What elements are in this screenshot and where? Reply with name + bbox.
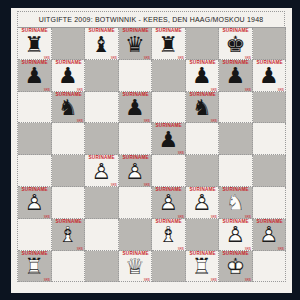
square-f2 <box>186 219 220 251</box>
black-pawn-glyph: ♟ <box>259 65 279 87</box>
white-pawn-glyph: ♟♙ <box>190 192 214 215</box>
square-g7: SURINAME♟SR$ <box>219 60 253 92</box>
white-piece-outline: ♙ <box>156 192 180 215</box>
square-d8: SURINAME♛SR$ <box>119 28 153 60</box>
white-knight-piece: ♞♘ <box>219 192 252 215</box>
white-rook-glyph: ♜♖ <box>190 256 214 279</box>
black-rook-piece: ♜ <box>152 33 185 56</box>
sheet-header: UITGIFTE 2009: BOTWINNIK - KERES, DEN HA… <box>17 11 285 28</box>
black-pawn-glyph: ♟ <box>24 65 44 87</box>
white-pawn-piece: ♟♙ <box>219 224 252 247</box>
white-rook-glyph: ♜♖ <box>22 256 46 279</box>
square-d6: SURINAME♟SR$ <box>119 92 153 124</box>
white-queen-piece: ♛♕ <box>119 256 152 279</box>
stamp-denomination: SR$ <box>278 88 284 91</box>
white-piece-outline: ♗ <box>56 224 80 247</box>
square-d5 <box>119 123 153 155</box>
square-c7 <box>85 60 119 92</box>
square-c2 <box>85 219 119 251</box>
square-g3: SURINAME♞♘SR$ <box>219 187 253 219</box>
black-rook-glyph: ♜ <box>158 34 178 56</box>
square-a1: SURINAME♜♖SR$ <box>18 251 52 283</box>
square-f3: SURINAME♟♙SR$ <box>186 187 220 219</box>
square-e4 <box>152 155 186 187</box>
chess-board: SURINAME♜SR$SURINAME♝SR$SURINAME♛SR$SURI… <box>17 27 286 282</box>
square-e2: SURINAME♝♗SR$ <box>152 219 186 251</box>
square-c5 <box>85 123 119 155</box>
white-pawn-piece: ♟♙ <box>85 160 118 183</box>
white-piece-outline: ♙ <box>22 192 46 215</box>
square-g8: SURINAME♚SR$ <box>219 28 253 60</box>
stamp-denomination: SR$ <box>178 215 184 218</box>
stamp-denomination: SR$ <box>178 56 184 59</box>
square-c4: SURINAME♟♙SR$ <box>85 155 119 187</box>
square-b1 <box>52 251 86 283</box>
white-bishop-piece: ♝♗ <box>152 224 185 247</box>
black-rook-piece: ♜ <box>18 33 51 56</box>
square-f5 <box>186 123 220 155</box>
square-b3 <box>52 187 86 219</box>
square-d4: SURINAME♟♙SR$ <box>119 155 153 187</box>
black-pawn-piece: ♟ <box>52 65 85 88</box>
square-h7: SURINAME♟SR$ <box>253 60 287 92</box>
white-pawn-piece: ♟♙ <box>186 192 219 215</box>
square-a3: SURINAME♟♙SR$ <box>18 187 52 219</box>
square-b7: SURINAME♟SR$ <box>52 60 86 92</box>
stamp-denomination: SR$ <box>111 183 117 186</box>
square-h1 <box>253 251 287 283</box>
square-e3: SURINAME♟♙SR$ <box>152 187 186 219</box>
black-pawn-glyph: ♟ <box>125 97 145 119</box>
stamp-denomination: SR$ <box>245 278 251 281</box>
square-b8 <box>52 28 86 60</box>
white-knight-glyph: ♞♘ <box>223 192 247 215</box>
square-h8 <box>253 28 287 60</box>
white-piece-outline: ♖ <box>22 256 46 279</box>
square-a5 <box>18 123 52 155</box>
stamp-denomination: SR$ <box>144 183 150 186</box>
stamp-denomination: SR$ <box>178 247 184 250</box>
white-queen-glyph: ♛♕ <box>123 256 147 279</box>
square-f8 <box>186 28 220 60</box>
stamp-denomination: SR$ <box>211 88 217 91</box>
white-pawn-glyph: ♟♙ <box>89 160 113 183</box>
square-a8: SURINAME♜SR$ <box>18 28 52 60</box>
stamp-denomination: SR$ <box>111 56 117 59</box>
square-a7: SURINAME♟SR$ <box>18 60 52 92</box>
square-e5: SURINAME♟SR$ <box>152 123 186 155</box>
black-pawn-piece: ♟ <box>253 65 286 88</box>
black-queen-glyph: ♛ <box>125 34 145 56</box>
white-piece-outline: ♙ <box>89 160 113 183</box>
black-knight-piece: ♞ <box>186 97 219 120</box>
square-h6 <box>253 92 287 124</box>
white-pawn-glyph: ♟♙ <box>223 224 247 247</box>
white-piece-outline: ♙ <box>223 224 247 247</box>
black-pawn-piece: ♟ <box>119 97 152 120</box>
square-h5 <box>253 123 287 155</box>
square-h3 <box>253 187 287 219</box>
black-bishop-piece: ♝ <box>85 33 118 56</box>
sheet-title: UITGIFTE 2009: BOTWINNIK - KERES, DEN HA… <box>39 16 264 23</box>
white-piece-outline: ♙ <box>190 192 214 215</box>
black-rook-glyph: ♜ <box>24 34 44 56</box>
square-h4 <box>253 155 287 187</box>
stamp-denomination: SR$ <box>211 215 217 218</box>
square-g1: SURINAME♚♔SR$ <box>219 251 253 283</box>
square-d7 <box>119 60 153 92</box>
stamp-denomination: SR$ <box>211 119 217 122</box>
black-pawn-piece: ♟ <box>219 65 252 88</box>
white-piece-outline: ♘ <box>223 192 247 215</box>
white-piece-outline: ♕ <box>123 256 147 279</box>
black-pawn-glyph: ♟ <box>158 129 178 151</box>
square-f6: SURINAME♞SR$ <box>186 92 220 124</box>
stamp-denomination: SR$ <box>278 247 284 250</box>
stamp-denomination: SR$ <box>144 278 150 281</box>
stamp-denomination: SR$ <box>77 247 83 250</box>
square-c1 <box>85 251 119 283</box>
square-f7: SURINAME♟SR$ <box>186 60 220 92</box>
black-queen-piece: ♛ <box>119 33 152 56</box>
square-h2: SURINAME♟♙SR$ <box>253 219 287 251</box>
stamp-sheet-scene: UITGIFTE 2009: BOTWINNIK - KERES, DEN HA… <box>0 0 300 300</box>
black-king-piece: ♚ <box>219 33 252 56</box>
square-a4 <box>18 155 52 187</box>
black-pawn-piece: ♟ <box>186 65 219 88</box>
white-pawn-glyph: ♟♙ <box>22 192 46 215</box>
square-g5 <box>219 123 253 155</box>
stamp-denomination: SR$ <box>245 247 251 250</box>
black-pawn-piece: ♟ <box>152 128 185 151</box>
square-d1: SURINAME♛♕SR$ <box>119 251 153 283</box>
white-piece-outline: ♖ <box>190 256 214 279</box>
stamp-sheet: UITGIFTE 2009: BOTWINNIK - KERES, DEN HA… <box>11 8 292 293</box>
stamp-denomination: SR$ <box>77 119 83 122</box>
square-e1 <box>152 251 186 283</box>
white-pawn-glyph: ♟♙ <box>123 160 147 183</box>
black-bishop-glyph: ♝ <box>91 34 111 56</box>
square-c6 <box>85 92 119 124</box>
white-bishop-glyph: ♝♗ <box>156 224 180 247</box>
stamp-denomination: SR$ <box>245 88 251 91</box>
square-c3 <box>85 187 119 219</box>
square-d2 <box>119 219 153 251</box>
black-pawn-glyph: ♟ <box>192 65 212 87</box>
black-king-glyph: ♚ <box>225 34 245 56</box>
square-e8: SURINAME♜SR$ <box>152 28 186 60</box>
stamp-denomination: SR$ <box>44 215 50 218</box>
white-piece-outline: ♔ <box>223 256 247 279</box>
square-c8: SURINAME♝SR$ <box>85 28 119 60</box>
white-pawn-piece: ♟♙ <box>253 224 286 247</box>
black-knight-glyph: ♞ <box>192 97 212 119</box>
white-rook-piece: ♜♖ <box>18 256 51 279</box>
square-a2 <box>18 219 52 251</box>
stamp-denomination: SR$ <box>44 278 50 281</box>
stamp-denomination: SR$ <box>77 88 83 91</box>
black-knight-piece: ♞ <box>52 97 85 120</box>
square-g2: SURINAME♟♙SR$ <box>219 219 253 251</box>
white-piece-outline: ♗ <box>156 224 180 247</box>
white-piece-outline: ♙ <box>257 224 281 247</box>
white-pawn-piece: ♟♙ <box>152 192 185 215</box>
black-pawn-glyph: ♟ <box>58 65 78 87</box>
stamp-denomination: SR$ <box>144 56 150 59</box>
white-pawn-glyph: ♟♙ <box>257 224 281 247</box>
square-b5 <box>52 123 86 155</box>
white-bishop-glyph: ♝♗ <box>56 224 80 247</box>
square-e7 <box>152 60 186 92</box>
white-king-glyph: ♚♔ <box>223 256 247 279</box>
square-a6 <box>18 92 52 124</box>
square-b4 <box>52 155 86 187</box>
white-pawn-piece: ♟♙ <box>119 160 152 183</box>
black-knight-glyph: ♞ <box>58 97 78 119</box>
square-g4 <box>219 155 253 187</box>
square-g6 <box>219 92 253 124</box>
square-d3 <box>119 187 153 219</box>
black-pawn-glyph: ♟ <box>225 65 245 87</box>
white-bishop-piece: ♝♗ <box>52 224 85 247</box>
stamp-denomination: SR$ <box>245 56 251 59</box>
white-piece-outline: ♙ <box>123 160 147 183</box>
stamp-denomination: SR$ <box>44 56 50 59</box>
stamp-denomination: SR$ <box>245 215 251 218</box>
square-f4 <box>186 155 220 187</box>
square-b6: SURINAME♞SR$ <box>52 92 86 124</box>
white-king-piece: ♚♔ <box>219 256 252 279</box>
white-pawn-piece: ♟♙ <box>18 192 51 215</box>
square-f1: SURINAME♜♖SR$ <box>186 251 220 283</box>
white-pawn-glyph: ♟♙ <box>156 192 180 215</box>
stamp-denomination: SR$ <box>211 278 217 281</box>
square-e6 <box>152 92 186 124</box>
stamp-denomination: SR$ <box>44 88 50 91</box>
stamp-denomination: SR$ <box>178 151 184 154</box>
square-b2: SURINAME♝♗SR$ <box>52 219 86 251</box>
white-rook-piece: ♜♖ <box>186 256 219 279</box>
black-pawn-piece: ♟ <box>18 65 51 88</box>
stamp-denomination: SR$ <box>144 119 150 122</box>
